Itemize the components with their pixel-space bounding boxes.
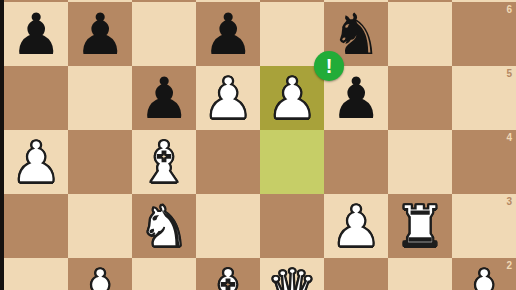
chess-board[interactable]: ♟♟♟♞6♟♟♟♟5♟♝4♞♟♜3♟♝♛♟2 (4, 0, 516, 290)
square-a4[interactable]: ♟ (4, 130, 68, 194)
square-d3[interactable] (196, 194, 260, 258)
white-queen[interactable]: ♛ (266, 258, 317, 290)
square-e6[interactable] (260, 2, 324, 66)
good-move-badge: ! (314, 51, 344, 81)
black-pawn[interactable]: ♟ (10, 2, 61, 66)
square-h2[interactable]: ♟2 (452, 258, 516, 290)
white-rook[interactable]: ♜ (394, 194, 445, 258)
white-knight[interactable]: ♞ (138, 194, 189, 258)
square-g3[interactable]: ♜ (388, 194, 452, 258)
square-g5[interactable] (388, 66, 452, 130)
white-pawn[interactable]: ♟ (458, 258, 509, 290)
white-bishop[interactable]: ♝ (138, 130, 189, 194)
black-pawn[interactable]: ♟ (74, 2, 125, 66)
square-f3[interactable]: ♟ (324, 194, 388, 258)
rank-label-2: 2 (506, 260, 512, 271)
square-c6[interactable] (132, 2, 196, 66)
chess-board-viewport: ♟♟♟♞6♟♟♟♟5♟♝4♞♟♜3♟♝♛♟2 ! (0, 0, 516, 290)
square-h5[interactable]: 5 (452, 66, 516, 130)
square-c3[interactable]: ♞ (132, 194, 196, 258)
square-h6[interactable]: 6 (452, 2, 516, 66)
square-g2[interactable] (388, 258, 452, 290)
square-b3[interactable] (68, 194, 132, 258)
square-b5[interactable] (68, 66, 132, 130)
square-f2[interactable] (324, 258, 388, 290)
square-d6[interactable]: ♟ (196, 2, 260, 66)
square-f4[interactable] (324, 130, 388, 194)
white-pawn[interactable]: ♟ (330, 194, 381, 258)
square-b2[interactable]: ♟ (68, 258, 132, 290)
square-c2[interactable] (132, 258, 196, 290)
square-a5[interactable] (4, 66, 68, 130)
square-b6[interactable]: ♟ (68, 2, 132, 66)
square-b4[interactable] (68, 130, 132, 194)
white-bishop[interactable]: ♝ (202, 258, 253, 290)
square-a2[interactable] (4, 258, 68, 290)
white-pawn[interactable]: ♟ (74, 258, 125, 290)
square-g4[interactable] (388, 130, 452, 194)
black-pawn[interactable]: ♟ (138, 66, 189, 130)
rank-label-4: 4 (506, 132, 512, 143)
square-e3[interactable] (260, 194, 324, 258)
square-d5[interactable]: ♟ (196, 66, 260, 130)
square-d4[interactable] (196, 130, 260, 194)
square-g6[interactable] (388, 2, 452, 66)
square-h3[interactable]: 3 (452, 194, 516, 258)
rank-label-5: 5 (506, 68, 512, 79)
white-pawn[interactable]: ♟ (266, 66, 317, 130)
rank-label-6: 6 (506, 4, 512, 15)
square-e4[interactable] (260, 130, 324, 194)
square-e2[interactable]: ♛ (260, 258, 324, 290)
square-a3[interactable] (4, 194, 68, 258)
white-pawn[interactable]: ♟ (202, 66, 253, 130)
white-pawn[interactable]: ♟ (10, 130, 61, 194)
square-d2[interactable]: ♝ (196, 258, 260, 290)
square-c5[interactable]: ♟ (132, 66, 196, 130)
square-c4[interactable]: ♝ (132, 130, 196, 194)
black-pawn[interactable]: ♟ (202, 2, 253, 66)
square-h4[interactable]: 4 (452, 130, 516, 194)
square-e5[interactable]: ♟ (260, 66, 324, 130)
square-a6[interactable]: ♟ (4, 2, 68, 66)
rank-label-3: 3 (506, 196, 512, 207)
